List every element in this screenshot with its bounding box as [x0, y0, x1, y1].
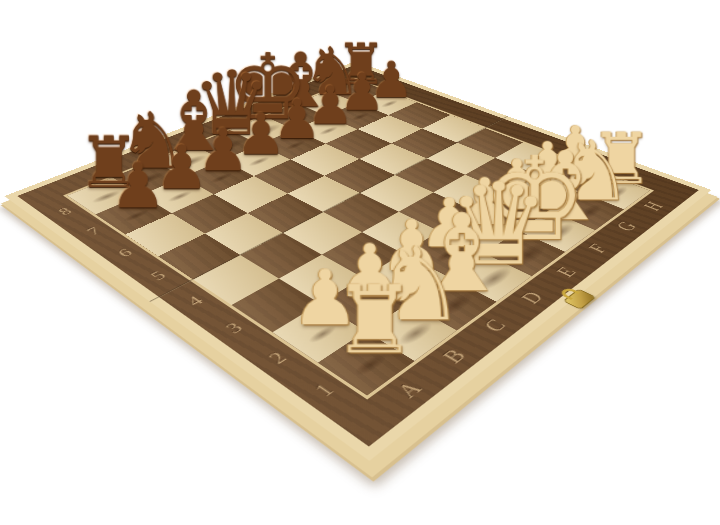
file-label-a: A: [391, 377, 428, 402]
piece-glyph: ♟: [54, 154, 221, 217]
board-scene: ♜♞♝♛♚♝♞♜♟♟♟♟♟♟♟♟♟♟♟♟♟♟♟♟♜♞♝♛♚♝♞♜ ABCDEFG…: [0, 0, 720, 525]
chess-board: ♜♞♝♛♚♝♞♜♟♟♟♟♟♟♟♟♟♟♟♟♟♟♟♟♜♞♝♛♚♝♞♜ ABCDEFG…: [4, 61, 711, 461]
rank-label-5: 5: [147, 268, 171, 283]
piece-glyph: ♜: [267, 274, 481, 367]
rank-label-6: 6: [114, 246, 137, 260]
board-grid: ♜♞♝♛♚♝♞♜♟♟♟♟♟♟♟♟♟♟♟♟♟♟♟♟♜♞♝♛♚♝♞♜: [67, 79, 650, 395]
rank-label-1: 1: [310, 380, 341, 401]
chess-set-photo: ♜♞♝♛♚♝♞♜♟♟♟♟♟♟♟♟♟♟♟♟♟♟♟♟♜♞♝♛♚♝♞♜ ABCDEFG…: [0, 0, 720, 525]
rank-label-7: 7: [83, 225, 105, 238]
rank-label-4: 4: [182, 293, 207, 309]
brass-latch-icon: [565, 290, 595, 309]
